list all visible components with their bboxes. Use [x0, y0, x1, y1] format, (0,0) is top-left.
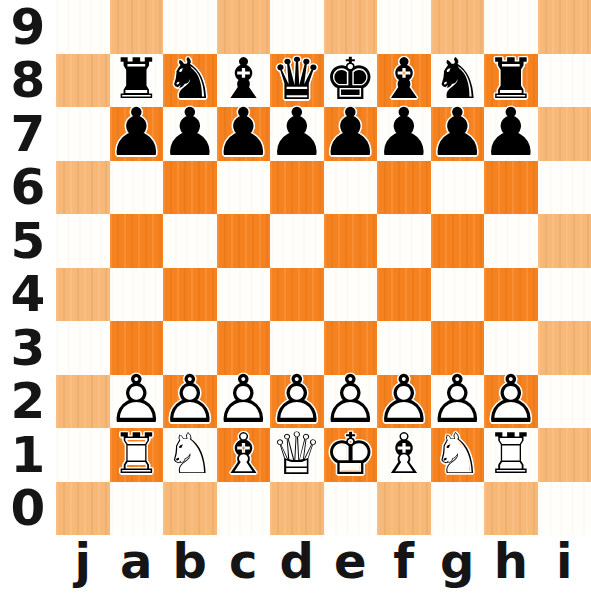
black-pawn-glyph: ♟ — [377, 106, 431, 160]
black-pawn-glyph: ♟ — [163, 106, 217, 160]
file-label-j: j — [56, 535, 110, 593]
black-pawn[interactable]: ♟ — [484, 107, 538, 161]
white-pawn[interactable]: ♟♙ — [163, 375, 217, 429]
white-rook[interactable]: ♜♖ — [484, 428, 538, 482]
white-pawn-outline: ♙ — [377, 374, 431, 428]
square-i8[interactable] — [538, 54, 591, 108]
file-label-b: b — [163, 535, 217, 593]
black-pawn-glyph: ♟ — [270, 106, 324, 160]
square-g6[interactable] — [431, 161, 485, 215]
square-b1[interactable]: ♞♘ — [163, 428, 217, 482]
white-pawn[interactable]: ♟♙ — [484, 375, 538, 429]
square-a6[interactable] — [110, 161, 164, 215]
square-b0[interactable] — [163, 482, 217, 536]
white-knight-outline: ♘ — [163, 427, 217, 481]
square-j8[interactable] — [56, 54, 110, 108]
square-j1[interactable] — [56, 428, 110, 482]
white-king[interactable]: ♚♔ — [324, 428, 378, 482]
square-a7[interactable]: ♟ — [110, 107, 164, 161]
square-d0[interactable] — [270, 482, 324, 536]
square-i4[interactable] — [538, 268, 591, 322]
file-label-h: h — [484, 535, 538, 593]
black-pawn[interactable]: ♟ — [377, 107, 431, 161]
square-c6[interactable] — [217, 161, 271, 215]
white-pawn[interactable]: ♟♙ — [110, 375, 164, 429]
file-label-g: g — [431, 535, 485, 593]
square-g9[interactable] — [431, 0, 485, 54]
square-i6[interactable] — [538, 161, 591, 215]
black-pawn[interactable]: ♟ — [270, 107, 324, 161]
file-label-d: d — [270, 535, 324, 593]
black-pawn-glyph: ♟ — [431, 106, 485, 160]
square-a0[interactable] — [110, 482, 164, 536]
square-b6[interactable] — [163, 161, 217, 215]
square-h0[interactable] — [484, 482, 538, 536]
square-g2[interactable]: ♟♙ — [431, 375, 485, 429]
square-c1[interactable]: ♝♗ — [217, 428, 271, 482]
square-b4[interactable] — [163, 268, 217, 322]
square-h5[interactable] — [484, 214, 538, 268]
square-j9[interactable] — [56, 0, 110, 54]
file-label-i: i — [538, 535, 591, 593]
square-e4[interactable] — [324, 268, 378, 322]
square-d5[interactable] — [270, 214, 324, 268]
white-queen-outline: ♕ — [270, 427, 324, 481]
white-rook-outline: ♖ — [484, 427, 538, 481]
black-pawn-glyph: ♟ — [484, 106, 538, 160]
square-g4[interactable] — [431, 268, 485, 322]
square-j4[interactable] — [56, 268, 110, 322]
rank-label-8: 8 — [0, 54, 56, 108]
square-f1[interactable]: ♝♗ — [377, 428, 431, 482]
file-label-c: c — [217, 535, 271, 593]
square-c9[interactable] — [217, 0, 271, 54]
square-c2[interactable]: ♟♙ — [217, 375, 271, 429]
white-queen[interactable]: ♛♕ — [270, 428, 324, 482]
white-pawn-outline: ♙ — [270, 374, 324, 428]
black-pawn-glyph: ♟ — [217, 106, 271, 160]
rank-label-6: 6 — [0, 161, 56, 215]
square-i5[interactable] — [538, 214, 591, 268]
square-f6[interactable] — [377, 161, 431, 215]
rank-label-1: 1 — [0, 428, 56, 482]
chess-board: 98♜♞♝♛♚♝♞♜7♟♟♟♟♟♟♟♟65432♟♙♟♙♟♙♟♙♟♙♟♙♟♙♟♙… — [0, 0, 591, 593]
square-g0[interactable] — [431, 482, 485, 536]
square-h6[interactable] — [484, 161, 538, 215]
white-bishop-outline: ♗ — [217, 427, 271, 481]
white-king-outline: ♔ — [324, 427, 378, 481]
rank-label-9: 9 — [0, 0, 56, 54]
square-j0[interactable] — [56, 482, 110, 536]
square-a9[interactable] — [110, 0, 164, 54]
white-pawn-outline: ♙ — [484, 374, 538, 428]
square-b9[interactable] — [163, 0, 217, 54]
square-e7[interactable]: ♟ — [324, 107, 378, 161]
square-a2[interactable]: ♟♙ — [110, 375, 164, 429]
black-pawn[interactable]: ♟ — [110, 107, 164, 161]
white-pawn-outline: ♙ — [431, 374, 485, 428]
square-f7[interactable]: ♟ — [377, 107, 431, 161]
rank-label-4: 4 — [0, 268, 56, 322]
square-j3[interactable] — [56, 321, 110, 375]
square-f4[interactable] — [377, 268, 431, 322]
square-j7[interactable] — [56, 107, 110, 161]
square-f2[interactable]: ♟♙ — [377, 375, 431, 429]
white-pawn[interactable]: ♟♙ — [217, 375, 271, 429]
white-knight[interactable]: ♞♘ — [431, 428, 485, 482]
square-i1[interactable] — [538, 428, 591, 482]
white-knight-outline: ♘ — [431, 427, 485, 481]
black-pawn[interactable]: ♟ — [163, 107, 217, 161]
white-knight[interactable]: ♞♘ — [163, 428, 217, 482]
white-rook[interactable]: ♜♖ — [110, 428, 164, 482]
square-a1[interactable]: ♜♖ — [110, 428, 164, 482]
black-pawn-glyph: ♟ — [324, 106, 378, 160]
chess-board-screenshot: 98♜♞♝♛♚♝♞♜7♟♟♟♟♟♟♟♟65432♟♙♟♙♟♙♟♙♟♙♟♙♟♙♟♙… — [0, 0, 591, 593]
square-i7[interactable] — [538, 107, 591, 161]
black-pawn[interactable]: ♟ — [217, 107, 271, 161]
square-d4[interactable] — [270, 268, 324, 322]
white-pawn-outline: ♙ — [163, 374, 217, 428]
white-pawn-outline: ♙ — [217, 374, 271, 428]
square-d6[interactable] — [270, 161, 324, 215]
square-d1[interactable]: ♛♕ — [270, 428, 324, 482]
square-f9[interactable] — [377, 0, 431, 54]
square-b5[interactable] — [163, 214, 217, 268]
square-h1[interactable]: ♜♖ — [484, 428, 538, 482]
white-pawn[interactable]: ♟♙ — [431, 375, 485, 429]
rank-label-5: 5 — [0, 214, 56, 268]
square-h9[interactable] — [484, 0, 538, 54]
square-j6[interactable] — [56, 161, 110, 215]
square-f0[interactable] — [377, 482, 431, 536]
white-rook-outline: ♖ — [110, 427, 164, 481]
file-label-e: e — [324, 535, 378, 593]
square-j5[interactable] — [56, 214, 110, 268]
square-e1[interactable]: ♚♔ — [324, 428, 378, 482]
square-i0[interactable] — [538, 482, 591, 536]
black-pawn[interactable]: ♟ — [324, 107, 378, 161]
rank-label-2: 2 — [0, 375, 56, 429]
file-label-a: a — [110, 535, 164, 593]
square-c0[interactable] — [217, 482, 271, 536]
white-bishop[interactable]: ♝♗ — [217, 428, 271, 482]
white-pawn-outline: ♙ — [110, 374, 164, 428]
square-c4[interactable] — [217, 268, 271, 322]
corner-spacer — [0, 535, 56, 593]
square-i9[interactable] — [538, 0, 591, 54]
black-pawn[interactable]: ♟ — [431, 107, 485, 161]
square-h2[interactable]: ♟♙ — [484, 375, 538, 429]
square-e6[interactable] — [324, 161, 378, 215]
square-h7[interactable]: ♟ — [484, 107, 538, 161]
rank-label-7: 7 — [0, 107, 56, 161]
square-a5[interactable] — [110, 214, 164, 268]
square-e0[interactable] — [324, 482, 378, 536]
square-e5[interactable] — [324, 214, 378, 268]
square-h4[interactable] — [484, 268, 538, 322]
file-label-f: f — [377, 535, 431, 593]
white-bishop[interactable]: ♝♗ — [377, 428, 431, 482]
square-g1[interactable]: ♞♘ — [431, 428, 485, 482]
white-pawn[interactable]: ♟♙ — [377, 375, 431, 429]
rank-label-0: 0 — [0, 482, 56, 536]
white-bishop-outline: ♗ — [377, 427, 431, 481]
square-i2[interactable] — [538, 375, 591, 429]
rank-label-3: 3 — [0, 321, 56, 375]
square-b7[interactable]: ♟ — [163, 107, 217, 161]
square-c5[interactable] — [217, 214, 271, 268]
black-pawn-glyph: ♟ — [110, 106, 164, 160]
square-i3[interactable] — [538, 321, 591, 375]
square-b2[interactable]: ♟♙ — [163, 375, 217, 429]
square-j2[interactable] — [56, 375, 110, 429]
square-c7[interactable]: ♟ — [217, 107, 271, 161]
square-f5[interactable] — [377, 214, 431, 268]
square-a4[interactable] — [110, 268, 164, 322]
square-d7[interactable]: ♟ — [270, 107, 324, 161]
square-g7[interactable]: ♟ — [431, 107, 485, 161]
square-g5[interactable] — [431, 214, 485, 268]
white-pawn-outline: ♙ — [324, 374, 378, 428]
